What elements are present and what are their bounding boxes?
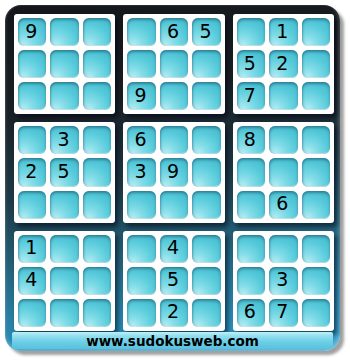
- sudoku-cell-r8c4[interactable]: [127, 267, 155, 295]
- sudoku-cell-r9c4[interactable]: [127, 299, 155, 327]
- sudoku-cell-r5c6[interactable]: [192, 158, 220, 186]
- sudoku-cell-r6c2[interactable]: [50, 191, 78, 219]
- sudoku-cell-r6c1[interactable]: [18, 191, 46, 219]
- sudoku-cell-r1c1[interactable]: 9: [18, 18, 46, 46]
- sudoku-cell-r3c3[interactable]: [83, 82, 111, 110]
- sudoku-cell-r4c8[interactable]: [269, 126, 297, 154]
- sudoku-cell-r9c7[interactable]: 6: [237, 299, 265, 327]
- sudoku-cell-r9c3[interactable]: [83, 299, 111, 327]
- sudoku-cell-r2c6[interactable]: [192, 50, 220, 78]
- sudoku-cell-r3c9[interactable]: [302, 82, 330, 110]
- sudoku-cell-r7c2[interactable]: [50, 235, 78, 263]
- sudoku-cell-r8c6[interactable]: [192, 267, 220, 295]
- cell-digit: 3: [276, 270, 288, 289]
- sudoku-cell-r8c2[interactable]: [50, 267, 78, 295]
- sudoku-cell-r4c6[interactable]: [192, 126, 220, 154]
- sudoku-cell-r2c3[interactable]: [83, 50, 111, 78]
- sudoku-cell-r3c5[interactable]: [160, 82, 188, 110]
- sudoku-cell-r1c6[interactable]: 5: [192, 18, 220, 46]
- sudoku-box-2: 659: [123, 14, 224, 114]
- cell-digit: 8: [244, 130, 256, 149]
- sudoku-cell-r6c5[interactable]: [160, 191, 188, 219]
- sudoku-cell-r9c1[interactable]: [18, 299, 46, 327]
- sudoku-cell-r3c4[interactable]: 9: [127, 82, 155, 110]
- sudoku-cell-r6c6[interactable]: [192, 191, 220, 219]
- sudoku-cell-r6c7[interactable]: [237, 191, 265, 219]
- sudoku-cell-r1c3[interactable]: [83, 18, 111, 46]
- sudoku-cell-r7c9[interactable]: [302, 235, 330, 263]
- sudoku-cell-r4c4[interactable]: 6: [127, 126, 155, 154]
- cell-digit: 5: [244, 54, 256, 73]
- sudoku-cell-r5c5[interactable]: 9: [160, 158, 188, 186]
- cell-digit: 9: [135, 86, 147, 105]
- sudoku-box-9: 367: [233, 231, 334, 331]
- sudoku-cell-r3c8[interactable]: [269, 82, 297, 110]
- sudoku-cell-r2c1[interactable]: [18, 50, 46, 78]
- cell-digit: 1: [25, 238, 37, 257]
- sudoku-cell-r1c4[interactable]: [127, 18, 155, 46]
- sudoku-cell-r4c2[interactable]: 3: [50, 126, 78, 154]
- sudoku-cell-r2c8[interactable]: 2: [269, 50, 297, 78]
- sudoku-cell-r1c9[interactable]: [302, 18, 330, 46]
- sudoku-box-4: 325: [14, 122, 115, 222]
- cell-digit: 6: [135, 130, 147, 149]
- sudoku-cell-r8c9[interactable]: [302, 267, 330, 295]
- cell-digit: 6: [244, 302, 256, 321]
- sudoku-cell-r5c9[interactable]: [302, 158, 330, 186]
- sudoku-cell-r9c9[interactable]: [302, 299, 330, 327]
- sudoku-cell-r6c9[interactable]: [302, 191, 330, 219]
- sudoku-cell-r4c7[interactable]: 8: [237, 126, 265, 154]
- sudoku-cell-r6c4[interactable]: [127, 191, 155, 219]
- cell-digit: 5: [58, 162, 70, 181]
- sudoku-cell-r7c4[interactable]: [127, 235, 155, 263]
- cell-digit: 2: [25, 162, 37, 181]
- sudoku-cell-r9c5[interactable]: 2: [160, 299, 188, 327]
- sudoku-cell-r3c6[interactable]: [192, 82, 220, 110]
- sudoku-box-5: 639: [123, 122, 224, 222]
- sudoku-app: 965915273256398614452367 www.sudokusweb.…: [0, 0, 350, 360]
- sudoku-cell-r8c7[interactable]: [237, 267, 265, 295]
- cell-digit: 6: [276, 194, 288, 213]
- sudoku-cell-r8c3[interactable]: [83, 267, 111, 295]
- sudoku-box-8: 452: [123, 231, 224, 331]
- cell-digit: 2: [167, 302, 179, 321]
- sudoku-cell-r4c3[interactable]: [83, 126, 111, 154]
- sudoku-cell-r1c5[interactable]: 6: [160, 18, 188, 46]
- sudoku-cell-r7c1[interactable]: 1: [18, 235, 46, 263]
- sudoku-cell-r3c2[interactable]: [50, 82, 78, 110]
- sudoku-box-3: 1527: [233, 14, 334, 114]
- sudoku-box-7: 14: [14, 231, 115, 331]
- cell-digit: 4: [25, 270, 37, 289]
- sudoku-cell-r1c7[interactable]: [237, 18, 265, 46]
- cell-digit: 7: [276, 302, 288, 321]
- cell-digit: 9: [25, 22, 37, 41]
- sudoku-cell-r9c2[interactable]: [50, 299, 78, 327]
- sudoku-box-1: 9: [14, 14, 115, 114]
- cell-digit: 3: [58, 130, 70, 149]
- cell-digit: 6: [167, 22, 179, 41]
- sudoku-cell-r5c2[interactable]: 5: [50, 158, 78, 186]
- sudoku-cell-r2c7[interactable]: 5: [237, 50, 265, 78]
- cell-digit: 9: [167, 162, 179, 181]
- sudoku-cell-r6c8[interactable]: 6: [269, 191, 297, 219]
- sudoku-cell-r8c8[interactable]: 3: [269, 267, 297, 295]
- sudoku-cell-r7c8[interactable]: [269, 235, 297, 263]
- sudoku-cell-r7c3[interactable]: [83, 235, 111, 263]
- sudoku-cell-r1c2[interactable]: [50, 18, 78, 46]
- cell-digit: 7: [244, 86, 256, 105]
- sudoku-cell-r4c1[interactable]: [18, 126, 46, 154]
- sudoku-cell-r7c5[interactable]: 4: [160, 235, 188, 263]
- footer-brand-bar: www.sudokusweb.com: [12, 332, 333, 349]
- sudoku-cell-r5c8[interactable]: [269, 158, 297, 186]
- sudoku-cell-r4c9[interactable]: [302, 126, 330, 154]
- sudoku-cell-r8c1[interactable]: 4: [18, 267, 46, 295]
- cell-digit: 2: [276, 54, 288, 73]
- cell-digit: 3: [135, 162, 147, 181]
- board-frame: 965915273256398614452367 www.sudokusweb.…: [5, 5, 340, 351]
- cell-digit: 5: [199, 22, 211, 41]
- sudoku-cell-r9c8[interactable]: 7: [269, 299, 297, 327]
- sudoku-cell-r2c5[interactable]: [160, 50, 188, 78]
- sudoku-cell-r7c7[interactable]: [237, 235, 265, 263]
- sudoku-cell-r5c1[interactable]: 2: [18, 158, 46, 186]
- cell-digit: 5: [167, 270, 179, 289]
- sudoku-cell-r3c7[interactable]: 7: [237, 82, 265, 110]
- sudoku-cell-r8c5[interactable]: 5: [160, 267, 188, 295]
- sudoku-cell-r4c5[interactable]: [160, 126, 188, 154]
- footer-url-text: www.sudokusweb.com: [86, 333, 259, 349]
- sudoku-cell-r5c7[interactable]: [237, 158, 265, 186]
- sudoku-cell-r6c3[interactable]: [83, 191, 111, 219]
- sudoku-cell-r7c6[interactable]: [192, 235, 220, 263]
- sudoku-cell-r2c2[interactable]: [50, 50, 78, 78]
- sudoku-box-6: 86: [233, 122, 334, 222]
- cell-digit: 1: [276, 22, 288, 41]
- sudoku-cell-r2c4[interactable]: [127, 50, 155, 78]
- sudoku-cell-r9c6[interactable]: [192, 299, 220, 327]
- sudoku-cell-r5c4[interactable]: 3: [127, 158, 155, 186]
- sudoku-cell-r1c8[interactable]: 1: [269, 18, 297, 46]
- cell-digit: 4: [167, 238, 179, 257]
- sudoku-cell-r3c1[interactable]: [18, 82, 46, 110]
- sudoku-cell-r5c3[interactable]: [83, 158, 111, 186]
- sudoku-board: 965915273256398614452367: [14, 14, 334, 331]
- sudoku-cell-r2c9[interactable]: [302, 50, 330, 78]
